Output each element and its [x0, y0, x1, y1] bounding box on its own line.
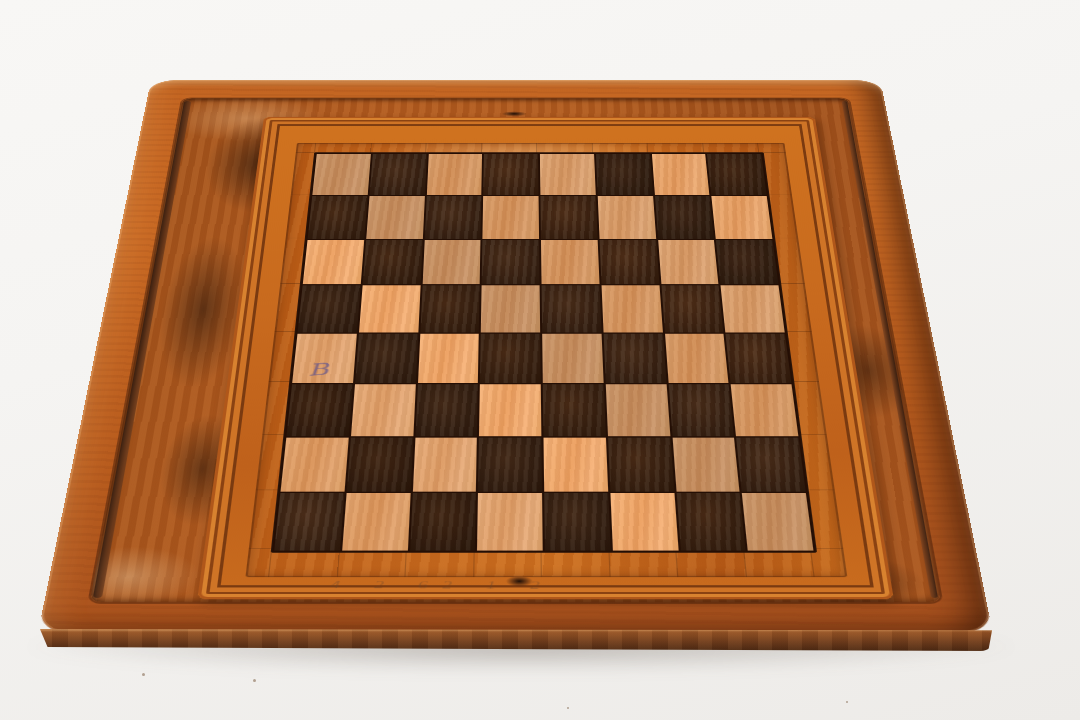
square-r6c7-dark-empty: [668, 384, 734, 436]
game-board: B 4 2 62 1 2: [38, 80, 993, 632]
square-r6c8-light-empty: [731, 384, 798, 436]
square-r4c5-dark-empty: [542, 286, 602, 333]
square-r1c6-dark-empty: [596, 154, 653, 195]
square-r2c1-dark-empty: [308, 196, 368, 239]
square-r3c8-dark-empty: [716, 240, 778, 285]
square-r7c3-light-empty: [412, 437, 477, 492]
square-r1c1-light-empty: [312, 154, 370, 195]
square-r5c4-dark-empty: [480, 334, 541, 383]
dust-speck: [846, 701, 848, 703]
square-r4c7-dark-empty: [661, 286, 724, 333]
square-r6c2-light-empty: [351, 384, 416, 436]
square-r4c6-light-empty: [601, 286, 662, 333]
square-r1c7-light-empty: [651, 154, 709, 195]
square-r3c7-light-empty: [658, 240, 719, 285]
square-r3c5-light-empty: [541, 240, 599, 285]
square-r2c5-dark-empty: [540, 196, 597, 239]
dust-speck: [253, 679, 256, 682]
square-r7c5-light-empty: [543, 437, 607, 492]
square-r4c8-light-empty: [721, 286, 785, 333]
square-r3c2-dark-empty: [362, 240, 422, 285]
square-r6c5-dark-empty: [543, 384, 606, 436]
square-r8c1-dark-empty: [274, 493, 344, 550]
square-r3c1-light-empty: [303, 240, 364, 285]
square-r8c7-dark-empty: [676, 493, 746, 550]
square-r5c2-dark-empty: [355, 334, 418, 383]
photo-backdrop: B 4 2 62 1 2: [0, 0, 1080, 720]
square-r8c6-light-empty: [610, 493, 678, 550]
square-r2c8-light-empty: [712, 196, 773, 239]
square-r7c2-dark-empty: [346, 437, 412, 492]
square-r8c2-light-empty: [342, 493, 410, 550]
square-r3c3-light-empty: [422, 240, 481, 285]
square-r5c8-dark-empty: [726, 334, 792, 383]
square-r7c1-light-empty: [281, 437, 349, 492]
square-r1c8-dark-empty: [707, 154, 766, 195]
perspective-scene: B 4 2 62 1 2: [0, 0, 1080, 720]
pencil-scribble: 4 2 62 1 2: [330, 579, 807, 597]
square-r3c6-dark-empty: [599, 240, 659, 285]
square-r6c3-dark-empty: [415, 384, 478, 436]
square-r8c3-dark-empty: [410, 493, 477, 550]
square-r1c2-dark-empty: [369, 154, 426, 195]
square-r4c2-light-empty: [359, 286, 420, 333]
square-r1c4-dark-empty: [483, 154, 538, 195]
square-r1c3-light-empty: [426, 154, 482, 195]
square-r2c2-light-empty: [366, 196, 424, 239]
square-r1c5-light-empty: [540, 154, 596, 195]
square-r7c6-dark-empty: [608, 437, 674, 492]
checkerboard: B: [271, 152, 817, 552]
dust-speck: [142, 673, 145, 676]
square-r6c6-light-empty: [606, 384, 670, 436]
square-r8c5-dark-empty: [544, 493, 610, 550]
square-r3c4-dark-empty: [482, 240, 540, 285]
square-r2c7-dark-empty: [655, 196, 715, 239]
square-r7c8-dark-empty: [736, 437, 805, 492]
square-r2c6-light-empty: [597, 196, 655, 239]
square-r8c8-light-empty: [742, 493, 813, 550]
square-r4c4-light-empty: [481, 286, 540, 333]
square-r2c4-light-empty: [483, 196, 539, 239]
square-r4c1-dark-empty: [298, 286, 361, 333]
square-r4c3-dark-empty: [420, 286, 480, 333]
square-r5c7-light-empty: [665, 334, 729, 383]
wood-knot: [502, 111, 527, 116]
square-r8c4-light-empty: [477, 493, 542, 550]
square-r6c4-light-empty: [479, 384, 541, 436]
square-r6c1-dark-empty: [287, 384, 353, 436]
square-r7c4-dark-empty: [478, 437, 542, 492]
square-r5c6-dark-empty: [603, 334, 666, 383]
square-r2c3-dark-empty: [424, 196, 481, 239]
ink-mark: B: [307, 360, 329, 380]
dust-speck: [567, 707, 569, 709]
square-r7c7-light-empty: [672, 437, 740, 492]
square-r5c3-light-empty: [418, 334, 479, 383]
square-r5c5-light-empty: [542, 334, 603, 383]
